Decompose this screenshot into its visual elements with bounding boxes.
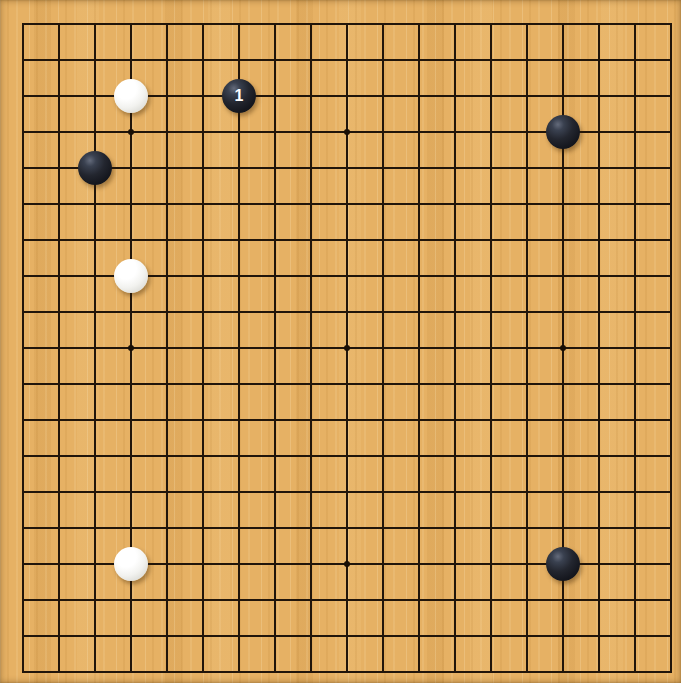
intersection-L1[interactable]	[365, 654, 401, 683]
intersection-F14[interactable]	[185, 186, 221, 222]
intersection-B11[interactable]	[41, 294, 77, 330]
intersection-F11[interactable]	[185, 294, 221, 330]
intersection-S12[interactable]	[617, 258, 653, 294]
intersection-G14[interactable]	[221, 186, 257, 222]
intersection-K1[interactable]	[329, 654, 365, 683]
intersection-A4[interactable]	[5, 546, 41, 582]
intersection-S13[interactable]	[617, 222, 653, 258]
intersection-M2[interactable]	[401, 618, 437, 654]
intersection-F16[interactable]	[185, 114, 221, 150]
intersection-S10[interactable]	[617, 330, 653, 366]
intersection-F15[interactable]	[185, 150, 221, 186]
intersection-T7[interactable]	[653, 438, 681, 474]
intersection-N9[interactable]	[437, 366, 473, 402]
intersection-Q1[interactable]	[545, 654, 581, 683]
intersection-L19[interactable]	[365, 6, 401, 42]
intersection-D18[interactable]	[113, 42, 149, 78]
intersection-R10[interactable]	[581, 330, 617, 366]
intersection-Q16[interactable]	[545, 114, 581, 150]
intersection-H11[interactable]	[257, 294, 293, 330]
intersection-L4[interactable]	[365, 546, 401, 582]
intersection-Q9[interactable]	[545, 366, 581, 402]
intersection-Q8[interactable]	[545, 402, 581, 438]
intersection-G1[interactable]	[221, 654, 257, 683]
intersection-O17[interactable]	[473, 78, 509, 114]
intersection-R3[interactable]	[581, 582, 617, 618]
intersection-N17[interactable]	[437, 78, 473, 114]
intersection-E19[interactable]	[149, 6, 185, 42]
intersection-N19[interactable]	[437, 6, 473, 42]
intersection-J8[interactable]	[293, 402, 329, 438]
intersection-O14[interactable]	[473, 186, 509, 222]
intersection-N8[interactable]	[437, 402, 473, 438]
intersection-O1[interactable]	[473, 654, 509, 683]
intersection-S7[interactable]	[617, 438, 653, 474]
intersection-K14[interactable]	[329, 186, 365, 222]
intersection-E6[interactable]	[149, 474, 185, 510]
intersection-F5[interactable]	[185, 510, 221, 546]
intersection-F6[interactable]	[185, 474, 221, 510]
intersection-N10[interactable]	[437, 330, 473, 366]
intersection-Q12[interactable]	[545, 258, 581, 294]
intersection-R9[interactable]	[581, 366, 617, 402]
intersection-B7[interactable]	[41, 438, 77, 474]
intersection-G13[interactable]	[221, 222, 257, 258]
intersection-B9[interactable]	[41, 366, 77, 402]
intersection-Q7[interactable]	[545, 438, 581, 474]
intersection-N7[interactable]	[437, 438, 473, 474]
intersection-P12[interactable]	[509, 258, 545, 294]
intersection-P11[interactable]	[509, 294, 545, 330]
intersection-D13[interactable]	[113, 222, 149, 258]
intersection-A5[interactable]	[5, 510, 41, 546]
intersection-E17[interactable]	[149, 78, 185, 114]
intersection-G3[interactable]	[221, 582, 257, 618]
intersection-K12[interactable]	[329, 258, 365, 294]
intersection-N15[interactable]	[437, 150, 473, 186]
intersection-Q18[interactable]	[545, 42, 581, 78]
intersection-E13[interactable]	[149, 222, 185, 258]
intersection-O7[interactable]	[473, 438, 509, 474]
intersection-G6[interactable]	[221, 474, 257, 510]
intersection-A9[interactable]	[5, 366, 41, 402]
intersection-E14[interactable]	[149, 186, 185, 222]
intersection-T15[interactable]	[653, 150, 681, 186]
intersection-J11[interactable]	[293, 294, 329, 330]
intersection-H3[interactable]	[257, 582, 293, 618]
intersection-H13[interactable]	[257, 222, 293, 258]
intersection-K4[interactable]	[329, 546, 365, 582]
intersection-B3[interactable]	[41, 582, 77, 618]
intersection-A12[interactable]	[5, 258, 41, 294]
intersection-T9[interactable]	[653, 366, 681, 402]
intersection-R7[interactable]	[581, 438, 617, 474]
intersection-H9[interactable]	[257, 366, 293, 402]
intersection-C16[interactable]	[77, 114, 113, 150]
intersection-Q3[interactable]	[545, 582, 581, 618]
intersection-B8[interactable]	[41, 402, 77, 438]
intersection-O4[interactable]	[473, 546, 509, 582]
intersection-N16[interactable]	[437, 114, 473, 150]
intersection-M11[interactable]	[401, 294, 437, 330]
intersection-P6[interactable]	[509, 474, 545, 510]
intersection-R16[interactable]	[581, 114, 617, 150]
intersection-B6[interactable]	[41, 474, 77, 510]
intersection-B17[interactable]	[41, 78, 77, 114]
intersection-S17[interactable]	[617, 78, 653, 114]
intersection-H18[interactable]	[257, 42, 293, 78]
intersection-T11[interactable]	[653, 294, 681, 330]
intersection-A1[interactable]	[5, 654, 41, 683]
intersection-R13[interactable]	[581, 222, 617, 258]
intersection-C7[interactable]	[77, 438, 113, 474]
intersection-Q11[interactable]	[545, 294, 581, 330]
intersection-L16[interactable]	[365, 114, 401, 150]
intersection-B14[interactable]	[41, 186, 77, 222]
intersection-A16[interactable]	[5, 114, 41, 150]
intersection-B5[interactable]	[41, 510, 77, 546]
intersection-B15[interactable]	[41, 150, 77, 186]
intersection-N1[interactable]	[437, 654, 473, 683]
intersection-S14[interactable]	[617, 186, 653, 222]
intersection-L18[interactable]	[365, 42, 401, 78]
intersection-A11[interactable]	[5, 294, 41, 330]
intersection-F13[interactable]	[185, 222, 221, 258]
intersection-N18[interactable]	[437, 42, 473, 78]
intersection-B19[interactable]	[41, 6, 77, 42]
intersection-B4[interactable]	[41, 546, 77, 582]
intersection-L3[interactable]	[365, 582, 401, 618]
intersection-D5[interactable]	[113, 510, 149, 546]
intersection-A13[interactable]	[5, 222, 41, 258]
intersection-T19[interactable]	[653, 6, 681, 42]
intersection-C4[interactable]	[77, 546, 113, 582]
intersection-D1[interactable]	[113, 654, 149, 683]
intersection-M8[interactable]	[401, 402, 437, 438]
intersection-Q17[interactable]	[545, 78, 581, 114]
intersection-P10[interactable]	[509, 330, 545, 366]
intersection-O5[interactable]	[473, 510, 509, 546]
intersection-P17[interactable]	[509, 78, 545, 114]
intersection-G7[interactable]	[221, 438, 257, 474]
intersection-J1[interactable]	[293, 654, 329, 683]
intersection-T14[interactable]	[653, 186, 681, 222]
intersection-C11[interactable]	[77, 294, 113, 330]
intersection-A19[interactable]	[5, 6, 41, 42]
intersection-C13[interactable]	[77, 222, 113, 258]
intersection-A15[interactable]	[5, 150, 41, 186]
intersection-N6[interactable]	[437, 474, 473, 510]
intersection-M7[interactable]	[401, 438, 437, 474]
intersection-F9[interactable]	[185, 366, 221, 402]
intersection-P2[interactable]	[509, 618, 545, 654]
intersection-E4[interactable]	[149, 546, 185, 582]
intersection-O19[interactable]	[473, 6, 509, 42]
intersection-H12[interactable]	[257, 258, 293, 294]
intersection-T6[interactable]	[653, 474, 681, 510]
intersection-G5[interactable]	[221, 510, 257, 546]
intersection-S5[interactable]	[617, 510, 653, 546]
intersection-F12[interactable]	[185, 258, 221, 294]
intersection-O16[interactable]	[473, 114, 509, 150]
intersection-D16[interactable]	[113, 114, 149, 150]
intersection-J3[interactable]	[293, 582, 329, 618]
intersection-T16[interactable]	[653, 114, 681, 150]
intersection-R2[interactable]	[581, 618, 617, 654]
intersection-G15[interactable]	[221, 150, 257, 186]
intersection-C2[interactable]	[77, 618, 113, 654]
intersection-K3[interactable]	[329, 582, 365, 618]
intersection-F17[interactable]	[185, 78, 221, 114]
intersection-M5[interactable]	[401, 510, 437, 546]
intersection-P15[interactable]	[509, 150, 545, 186]
intersection-L9[interactable]	[365, 366, 401, 402]
intersection-L11[interactable]	[365, 294, 401, 330]
intersection-D19[interactable]	[113, 6, 149, 42]
intersection-H19[interactable]	[257, 6, 293, 42]
intersection-E2[interactable]	[149, 618, 185, 654]
intersection-C18[interactable]	[77, 42, 113, 78]
intersection-S15[interactable]	[617, 150, 653, 186]
intersection-R5[interactable]	[581, 510, 617, 546]
intersection-S6[interactable]	[617, 474, 653, 510]
intersection-S11[interactable]	[617, 294, 653, 330]
intersection-S4[interactable]	[617, 546, 653, 582]
intersection-C10[interactable]	[77, 330, 113, 366]
intersection-K19[interactable]	[329, 6, 365, 42]
intersection-H10[interactable]	[257, 330, 293, 366]
intersection-H5[interactable]	[257, 510, 293, 546]
intersection-J16[interactable]	[293, 114, 329, 150]
intersection-K6[interactable]	[329, 474, 365, 510]
intersection-M4[interactable]	[401, 546, 437, 582]
intersection-R6[interactable]	[581, 474, 617, 510]
intersection-K18[interactable]	[329, 42, 365, 78]
intersection-S2[interactable]	[617, 618, 653, 654]
intersection-E8[interactable]	[149, 402, 185, 438]
intersection-P1[interactable]	[509, 654, 545, 683]
intersection-T5[interactable]	[653, 510, 681, 546]
intersection-E1[interactable]	[149, 654, 185, 683]
intersection-Q15[interactable]	[545, 150, 581, 186]
intersection-M18[interactable]	[401, 42, 437, 78]
intersection-K9[interactable]	[329, 366, 365, 402]
intersection-O11[interactable]	[473, 294, 509, 330]
intersection-L8[interactable]	[365, 402, 401, 438]
intersection-D11[interactable]	[113, 294, 149, 330]
intersection-M9[interactable]	[401, 366, 437, 402]
intersection-A17[interactable]	[5, 78, 41, 114]
intersection-J5[interactable]	[293, 510, 329, 546]
intersection-N3[interactable]	[437, 582, 473, 618]
intersection-D15[interactable]	[113, 150, 149, 186]
intersection-O10[interactable]	[473, 330, 509, 366]
intersection-J12[interactable]	[293, 258, 329, 294]
intersection-K17[interactable]	[329, 78, 365, 114]
intersection-L14[interactable]	[365, 186, 401, 222]
intersection-M19[interactable]	[401, 6, 437, 42]
intersection-J19[interactable]	[293, 6, 329, 42]
intersection-L15[interactable]	[365, 150, 401, 186]
intersection-N12[interactable]	[437, 258, 473, 294]
intersection-C14[interactable]	[77, 186, 113, 222]
intersection-O3[interactable]	[473, 582, 509, 618]
intersection-E3[interactable]	[149, 582, 185, 618]
intersection-D14[interactable]	[113, 186, 149, 222]
intersection-E7[interactable]	[149, 438, 185, 474]
intersection-H16[interactable]	[257, 114, 293, 150]
intersection-L17[interactable]	[365, 78, 401, 114]
intersection-G18[interactable]	[221, 42, 257, 78]
intersection-S9[interactable]	[617, 366, 653, 402]
intersection-R15[interactable]	[581, 150, 617, 186]
intersection-T18[interactable]	[653, 42, 681, 78]
intersection-D6[interactable]	[113, 474, 149, 510]
intersection-T8[interactable]	[653, 402, 681, 438]
intersection-D2[interactable]	[113, 618, 149, 654]
intersection-B13[interactable]	[41, 222, 77, 258]
intersection-D9[interactable]	[113, 366, 149, 402]
intersection-O8[interactable]	[473, 402, 509, 438]
intersection-C3[interactable]	[77, 582, 113, 618]
intersection-G2[interactable]	[221, 618, 257, 654]
intersection-T13[interactable]	[653, 222, 681, 258]
intersection-Q14[interactable]	[545, 186, 581, 222]
intersection-P4[interactable]	[509, 546, 545, 582]
intersection-T4[interactable]	[653, 546, 681, 582]
intersection-K13[interactable]	[329, 222, 365, 258]
intersection-L12[interactable]	[365, 258, 401, 294]
intersection-P16[interactable]	[509, 114, 545, 150]
intersection-A2[interactable]	[5, 618, 41, 654]
intersection-K5[interactable]	[329, 510, 365, 546]
intersection-A10[interactable]	[5, 330, 41, 366]
intersection-J17[interactable]	[293, 78, 329, 114]
intersection-G12[interactable]	[221, 258, 257, 294]
intersection-D4[interactable]	[113, 546, 149, 582]
intersection-E9[interactable]	[149, 366, 185, 402]
intersection-M1[interactable]	[401, 654, 437, 683]
intersection-T3[interactable]	[653, 582, 681, 618]
intersection-H6[interactable]	[257, 474, 293, 510]
intersection-H17[interactable]	[257, 78, 293, 114]
intersection-R12[interactable]	[581, 258, 617, 294]
intersection-J2[interactable]	[293, 618, 329, 654]
intersection-F7[interactable]	[185, 438, 221, 474]
intersection-N4[interactable]	[437, 546, 473, 582]
intersection-M15[interactable]	[401, 150, 437, 186]
intersection-L5[interactable]	[365, 510, 401, 546]
intersection-O6[interactable]	[473, 474, 509, 510]
intersection-F19[interactable]	[185, 6, 221, 42]
intersection-Q6[interactable]	[545, 474, 581, 510]
intersection-L6[interactable]	[365, 474, 401, 510]
intersection-P7[interactable]	[509, 438, 545, 474]
intersection-M14[interactable]	[401, 186, 437, 222]
intersection-Q10[interactable]	[545, 330, 581, 366]
intersection-B10[interactable]	[41, 330, 77, 366]
intersection-C9[interactable]	[77, 366, 113, 402]
intersection-N14[interactable]	[437, 186, 473, 222]
intersection-E11[interactable]	[149, 294, 185, 330]
intersection-J6[interactable]	[293, 474, 329, 510]
intersection-C8[interactable]	[77, 402, 113, 438]
intersection-J15[interactable]	[293, 150, 329, 186]
intersection-D12[interactable]	[113, 258, 149, 294]
intersection-S18[interactable]	[617, 42, 653, 78]
intersection-G10[interactable]	[221, 330, 257, 366]
intersection-P8[interactable]	[509, 402, 545, 438]
intersection-P9[interactable]	[509, 366, 545, 402]
intersection-M6[interactable]	[401, 474, 437, 510]
intersection-K2[interactable]	[329, 618, 365, 654]
intersection-P14[interactable]	[509, 186, 545, 222]
intersection-O12[interactable]	[473, 258, 509, 294]
intersection-S16[interactable]	[617, 114, 653, 150]
intersection-J14[interactable]	[293, 186, 329, 222]
intersection-S19[interactable]	[617, 6, 653, 42]
intersection-K16[interactable]	[329, 114, 365, 150]
intersection-A14[interactable]	[5, 186, 41, 222]
intersection-E18[interactable]	[149, 42, 185, 78]
intersection-M12[interactable]	[401, 258, 437, 294]
intersection-B1[interactable]	[41, 654, 77, 683]
intersection-K11[interactable]	[329, 294, 365, 330]
intersection-K8[interactable]	[329, 402, 365, 438]
intersection-B2[interactable]	[41, 618, 77, 654]
intersection-D8[interactable]	[113, 402, 149, 438]
intersection-G16[interactable]	[221, 114, 257, 150]
intersection-D17[interactable]	[113, 78, 149, 114]
intersection-H14[interactable]	[257, 186, 293, 222]
intersection-T2[interactable]	[653, 618, 681, 654]
intersection-H4[interactable]	[257, 546, 293, 582]
intersection-S3[interactable]	[617, 582, 653, 618]
intersection-H1[interactable]	[257, 654, 293, 683]
intersection-C6[interactable]	[77, 474, 113, 510]
intersection-M16[interactable]	[401, 114, 437, 150]
intersection-D3[interactable]	[113, 582, 149, 618]
intersection-B18[interactable]	[41, 42, 77, 78]
intersection-J7[interactable]	[293, 438, 329, 474]
intersection-J18[interactable]	[293, 42, 329, 78]
intersection-L10[interactable]	[365, 330, 401, 366]
intersection-P18[interactable]	[509, 42, 545, 78]
intersection-C17[interactable]	[77, 78, 113, 114]
intersection-F3[interactable]	[185, 582, 221, 618]
intersection-N11[interactable]	[437, 294, 473, 330]
intersection-R18[interactable]	[581, 42, 617, 78]
intersection-R1[interactable]	[581, 654, 617, 683]
intersection-E15[interactable]	[149, 150, 185, 186]
intersection-O9[interactable]	[473, 366, 509, 402]
intersection-E10[interactable]	[149, 330, 185, 366]
intersection-H2[interactable]	[257, 618, 293, 654]
intersection-O2[interactable]	[473, 618, 509, 654]
intersection-A8[interactable]	[5, 402, 41, 438]
intersection-P19[interactable]	[509, 6, 545, 42]
intersection-R4[interactable]	[581, 546, 617, 582]
intersection-A18[interactable]	[5, 42, 41, 78]
intersection-S8[interactable]	[617, 402, 653, 438]
intersection-D10[interactable]	[113, 330, 149, 366]
intersection-P3[interactable]	[509, 582, 545, 618]
intersection-M10[interactable]	[401, 330, 437, 366]
intersection-P5[interactable]	[509, 510, 545, 546]
intersection-M13[interactable]	[401, 222, 437, 258]
intersection-G4[interactable]	[221, 546, 257, 582]
intersection-F2[interactable]	[185, 618, 221, 654]
